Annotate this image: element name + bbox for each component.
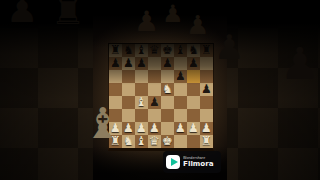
board-frame: ♜♞♝♛♚♝♞♜♟♟♟♟♟♟♞♟♝♟♟♟♟♟♟♟♟♜♞♝♛♚♜ xyxy=(108,43,214,151)
square-a4[interactable] xyxy=(109,96,122,109)
square-e3[interactable] xyxy=(161,109,174,122)
piece-black-pawn-g7[interactable]: ♟ xyxy=(187,57,200,70)
square-f5[interactable] xyxy=(174,83,187,96)
wondershare-label: Wondershare xyxy=(183,156,198,158)
square-c6[interactable] xyxy=(135,70,148,83)
square-f8[interactable]: ♝ xyxy=(174,44,187,57)
piece-white-knight-e5[interactable]: ♞ xyxy=(161,83,174,96)
piece-black-pawn-f6[interactable]: ♟ xyxy=(174,70,187,83)
piece-white-pawn-g2[interactable]: ♟ xyxy=(187,122,200,135)
square-g6[interactable] xyxy=(187,70,200,83)
square-g5[interactable] xyxy=(187,83,200,96)
square-d4[interactable]: ♟ xyxy=(148,96,161,109)
piece-white-bishop-c1[interactable]: ♝ xyxy=(135,135,148,148)
chess-board[interactable]: ♜♞♝♛♚♝♞♜♟♟♟♟♟♟♞♟♝♟♟♟♟♟♟♟♟♜♞♝♛♚♜ xyxy=(109,44,213,148)
square-f1[interactable] xyxy=(174,135,187,148)
filmora-logo-icon xyxy=(166,155,180,169)
square-c1[interactable]: ♝ xyxy=(135,135,148,148)
piece-white-king-e1[interactable]: ♚ xyxy=(161,135,174,148)
square-a1[interactable]: ♜ xyxy=(109,135,122,148)
piece-black-queen-d8[interactable]: ♛ xyxy=(148,44,161,57)
square-b4[interactable] xyxy=(122,96,135,109)
square-f6[interactable]: ♟ xyxy=(174,70,187,83)
square-h1[interactable]: ♜ xyxy=(200,135,213,148)
square-a7[interactable]: ♟ xyxy=(109,57,122,70)
square-b1[interactable]: ♞ xyxy=(122,135,135,148)
piece-white-knight-b1[interactable]: ♞ xyxy=(122,135,135,148)
square-d8[interactable]: ♛ xyxy=(148,44,161,57)
piece-black-pawn-d4[interactable]: ♟ xyxy=(148,96,161,109)
square-d7[interactable] xyxy=(148,57,161,70)
square-f4[interactable] xyxy=(174,96,187,109)
piece-black-pawn-c7[interactable]: ♟ xyxy=(135,57,148,70)
square-h7[interactable] xyxy=(200,57,213,70)
square-g2[interactable]: ♟ xyxy=(187,122,200,135)
square-d1[interactable]: ♛ xyxy=(148,135,161,148)
piece-white-rook-h1[interactable]: ♜ xyxy=(200,135,213,148)
square-h4[interactable] xyxy=(200,96,213,109)
square-a5[interactable] xyxy=(109,83,122,96)
square-e1[interactable]: ♚ xyxy=(161,135,174,148)
square-c7[interactable]: ♟ xyxy=(135,57,148,70)
piece-black-pawn-a7[interactable]: ♟ xyxy=(109,57,122,70)
piece-black-bishop-f8[interactable]: ♝ xyxy=(174,44,187,57)
piece-white-queen-d1[interactable]: ♛ xyxy=(148,135,161,148)
square-f2[interactable]: ♟ xyxy=(174,122,187,135)
square-e4[interactable] xyxy=(161,96,174,109)
square-g4[interactable] xyxy=(187,96,200,109)
square-h5[interactable]: ♟ xyxy=(200,83,213,96)
piece-black-pawn-b7[interactable]: ♟ xyxy=(122,57,135,70)
piece-black-pawn-e7[interactable]: ♟ xyxy=(161,57,174,70)
piece-white-bishop-c4[interactable]: ♝ xyxy=(135,96,148,109)
square-e5[interactable]: ♞ xyxy=(161,83,174,96)
filmora-watermark: Wondershare Filmora xyxy=(163,151,221,173)
square-e7[interactable]: ♟ xyxy=(161,57,174,70)
square-b7[interactable]: ♟ xyxy=(122,57,135,70)
filmora-arrow-icon xyxy=(171,158,178,166)
square-a6[interactable] xyxy=(109,70,122,83)
square-b5[interactable] xyxy=(122,83,135,96)
piece-black-pawn-h5[interactable]: ♟ xyxy=(200,83,213,96)
square-c4[interactable]: ♝ xyxy=(135,96,148,109)
square-g1[interactable] xyxy=(187,135,200,148)
square-g7[interactable]: ♟ xyxy=(187,57,200,70)
square-b6[interactable] xyxy=(122,70,135,83)
piece-white-rook-a1[interactable]: ♜ xyxy=(109,135,122,148)
watermark-text: Wondershare Filmora xyxy=(183,155,218,169)
video-frame: ♜♞♝♛♚♝♞♜♟♟♟♟♟♟♞♟♝♟♟♟♟♟♟♟♟♜♞♝♛♚♜ Wondersh… xyxy=(0,0,320,180)
filmora-label: Filmora xyxy=(183,161,211,168)
piece-white-pawn-f2[interactable]: ♟ xyxy=(174,122,187,135)
square-d6[interactable] xyxy=(148,70,161,83)
square-h8[interactable]: ♜ xyxy=(200,44,213,57)
piece-black-rook-h8[interactable]: ♜ xyxy=(200,44,213,57)
